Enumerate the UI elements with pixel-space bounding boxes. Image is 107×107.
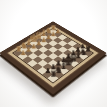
board-frame-inlay: ♜♟♟♜♞♟♟♞♝♟♟♝♛♟♟♛♚♟♟♚♝♟♟♝♞♟♟♞♜♟♟♜ — [6, 25, 99, 88]
board-square: ♛ — [68, 60, 78, 67]
white-rook: ♜ — [47, 25, 60, 32]
chess-board: ♜♟♟♜♞♟♟♞♝♟♟♝♛♟♟♛♚♟♟♚♝♟♟♝♞♟♟♞♜♟♟♜ — [0, 21, 107, 94]
board-square: ♞ — [78, 53, 88, 60]
board-square — [48, 53, 58, 60]
chess-set-photo: ♜♟♟♜♞♟♟♞♝♟♟♝♛♟♟♛♚♟♟♚♝♟♟♝♞♟♟♞♜♟♟♜ — [0, 0, 107, 107]
board-frame: ♜♟♟♜♞♟♟♞♝♟♟♝♛♟♟♛♚♟♟♚♝♟♟♝♞♟♟♞♜♟♟♜ — [0, 21, 107, 94]
board-frame-inner-edge: ♜♟♟♜♞♟♟♞♝♟♟♝♛♟♟♛♚♟♟♚♝♟♟♝♞♟♟♞♜♟♟♜ — [12, 28, 94, 83]
board-grid: ♜♟♟♜♞♟♟♞♝♟♟♝♛♟♟♛♚♟♟♚♝♟♟♝♞♟♟♞♜♟♟♜ — [13, 29, 92, 83]
